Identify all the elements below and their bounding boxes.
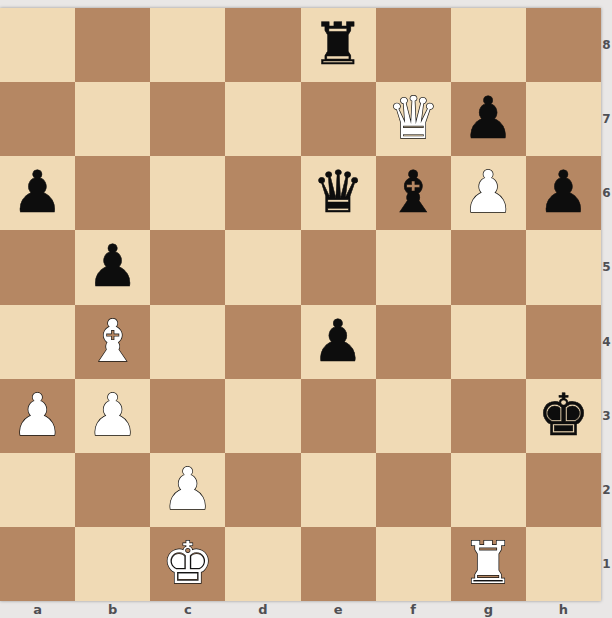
square-a2[interactable] — [0, 453, 75, 527]
square-e3[interactable] — [301, 379, 376, 453]
square-e1[interactable] — [301, 527, 376, 601]
square-f6[interactable]: ♝ — [376, 156, 451, 230]
square-f1[interactable] — [376, 527, 451, 601]
square-c6[interactable] — [150, 156, 225, 230]
piece-white-queen[interactable]: ♛ — [387, 89, 439, 147]
square-b4[interactable]: ♝ — [75, 305, 150, 379]
rank-label-6: 6 — [601, 156, 612, 230]
file-label-e: e — [301, 601, 376, 618]
square-h6[interactable]: ♟ — [526, 156, 601, 230]
square-d8[interactable] — [225, 8, 300, 82]
square-a5[interactable] — [0, 230, 75, 304]
file-label-d: d — [225, 601, 300, 618]
square-b6[interactable] — [75, 156, 150, 230]
square-c4[interactable] — [150, 305, 225, 379]
square-e8[interactable]: ♜ — [301, 8, 376, 82]
square-a4[interactable] — [0, 305, 75, 379]
square-b8[interactable] — [75, 8, 150, 82]
square-b7[interactable] — [75, 82, 150, 156]
square-c3[interactable] — [150, 379, 225, 453]
square-d6[interactable] — [225, 156, 300, 230]
file-label-a: a — [0, 601, 75, 618]
square-h2[interactable] — [526, 453, 601, 527]
square-f2[interactable] — [376, 453, 451, 527]
square-e7[interactable] — [301, 82, 376, 156]
square-b5[interactable]: ♟ — [75, 230, 150, 304]
rank-label-5: 5 — [601, 230, 612, 304]
square-a7[interactable] — [0, 82, 75, 156]
square-h1[interactable] — [526, 527, 601, 601]
square-d3[interactable] — [225, 379, 300, 453]
square-h3[interactable]: ♚ — [526, 379, 601, 453]
piece-white-pawn[interactable]: ♟ — [87, 386, 139, 444]
square-g8[interactable] — [451, 8, 526, 82]
piece-white-pawn[interactable]: ♟ — [12, 386, 64, 444]
piece-black-rook[interactable]: ♜ — [312, 15, 364, 73]
square-f8[interactable] — [376, 8, 451, 82]
piece-black-queen[interactable]: ♛ — [312, 163, 364, 221]
piece-white-pawn[interactable]: ♟ — [162, 460, 214, 518]
square-b1[interactable] — [75, 527, 150, 601]
rank-labels: 87654321 — [601, 8, 612, 601]
square-c1[interactable]: ♚ — [150, 527, 225, 601]
square-d2[interactable] — [225, 453, 300, 527]
square-c7[interactable] — [150, 82, 225, 156]
piece-black-bishop[interactable]: ♝ — [387, 163, 439, 221]
piece-black-pawn[interactable]: ♟ — [312, 312, 364, 370]
file-label-b: b — [75, 601, 150, 618]
square-g4[interactable] — [451, 305, 526, 379]
rank-label-1: 1 — [601, 527, 612, 601]
square-h7[interactable] — [526, 82, 601, 156]
square-f3[interactable] — [376, 379, 451, 453]
rank-label-8: 8 — [601, 8, 612, 82]
square-g3[interactable] — [451, 379, 526, 453]
square-c8[interactable] — [150, 8, 225, 82]
file-label-g: g — [451, 601, 526, 618]
chess-diagram: ♜♛♟♟♛♝♟♟♟♝♟♟♟♚♟♚♜ 87654321 abcdefgh — [0, 0, 612, 618]
file-labels: abcdefgh — [0, 601, 601, 618]
piece-black-pawn[interactable]: ♟ — [537, 163, 589, 221]
square-f4[interactable] — [376, 305, 451, 379]
square-f5[interactable] — [376, 230, 451, 304]
square-g2[interactable] — [451, 453, 526, 527]
square-d4[interactable] — [225, 305, 300, 379]
rank-label-2: 2 — [601, 453, 612, 527]
square-g1[interactable]: ♜ — [451, 527, 526, 601]
piece-black-pawn[interactable]: ♟ — [87, 237, 139, 295]
square-g6[interactable]: ♟ — [451, 156, 526, 230]
piece-black-pawn[interactable]: ♟ — [12, 163, 64, 221]
square-g7[interactable]: ♟ — [451, 82, 526, 156]
square-d7[interactable] — [225, 82, 300, 156]
board: ♜♛♟♟♛♝♟♟♟♝♟♟♟♚♟♚♜ — [0, 8, 601, 601]
square-g5[interactable] — [451, 230, 526, 304]
rank-label-4: 4 — [601, 305, 612, 379]
piece-white-king[interactable]: ♚ — [162, 534, 214, 592]
square-h4[interactable] — [526, 305, 601, 379]
piece-black-king[interactable]: ♚ — [537, 386, 589, 444]
square-d1[interactable] — [225, 527, 300, 601]
square-e6[interactable]: ♛ — [301, 156, 376, 230]
rank-label-3: 3 — [601, 379, 612, 453]
file-label-f: f — [376, 601, 451, 618]
file-label-h: h — [526, 601, 601, 618]
square-h8[interactable] — [526, 8, 601, 82]
piece-black-pawn[interactable]: ♟ — [462, 89, 514, 147]
file-label-c: c — [150, 601, 225, 618]
square-b3[interactable]: ♟ — [75, 379, 150, 453]
piece-white-bishop[interactable]: ♝ — [87, 312, 139, 370]
square-a3[interactable]: ♟ — [0, 379, 75, 453]
square-c2[interactable]: ♟ — [150, 453, 225, 527]
square-e2[interactable] — [301, 453, 376, 527]
square-b2[interactable] — [75, 453, 150, 527]
square-c5[interactable] — [150, 230, 225, 304]
square-e4[interactable]: ♟ — [301, 305, 376, 379]
piece-white-pawn[interactable]: ♟ — [462, 163, 514, 221]
square-h5[interactable] — [526, 230, 601, 304]
piece-white-rook[interactable]: ♜ — [462, 534, 514, 592]
square-f7[interactable]: ♛ — [376, 82, 451, 156]
square-d5[interactable] — [225, 230, 300, 304]
rank-label-7: 7 — [601, 82, 612, 156]
square-a6[interactable]: ♟ — [0, 156, 75, 230]
square-e5[interactable] — [301, 230, 376, 304]
square-a8[interactable] — [0, 8, 75, 82]
square-a1[interactable] — [0, 527, 75, 601]
